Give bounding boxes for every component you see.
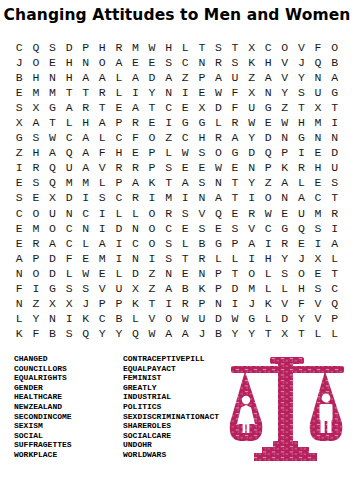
grid-cell[interactable]: N (160, 266, 177, 281)
grid-cell[interactable]: S (227, 221, 244, 236)
grid-cell[interactable]: U (227, 70, 244, 85)
grid-cell[interactable]: S (160, 160, 177, 175)
grid-cell[interactable]: P (77, 40, 94, 55)
grid-cell[interactable]: E (310, 175, 327, 190)
grid-cell[interactable]: T (326, 100, 343, 115)
grid-cell[interactable]: N (11, 266, 28, 281)
grid-cell[interactable]: T (293, 100, 310, 115)
grid-cell[interactable]: G (277, 221, 294, 236)
grid-cell[interactable]: I (127, 85, 144, 100)
grid-cell[interactable]: W (260, 206, 277, 221)
grid-cell[interactable]: S (310, 221, 327, 236)
grid-cell[interactable]: Q (127, 326, 144, 341)
grid-cell[interactable]: E (293, 236, 310, 251)
grid-cell[interactable]: N (77, 221, 94, 236)
grid-cell[interactable]: D (44, 251, 61, 266)
grid-cell[interactable]: D (144, 70, 161, 85)
grid-cell[interactable]: E (94, 266, 111, 281)
grid-cell[interactable]: I (293, 145, 310, 160)
grid-cell[interactable]: O (326, 40, 343, 55)
grid-cell[interactable]: T (61, 85, 78, 100)
grid-cell[interactable]: E (210, 221, 227, 236)
grid-cell[interactable]: N (160, 85, 177, 100)
grid-cell[interactable]: L (160, 145, 177, 160)
grid-cell[interactable]: E (77, 251, 94, 266)
grid-cell[interactable]: O (144, 130, 161, 145)
grid-cell[interactable]: M (310, 115, 327, 130)
grid-cell[interactable]: E (310, 266, 327, 281)
grid-cell[interactable]: F (61, 251, 78, 266)
grid-cell[interactable]: T (194, 40, 211, 55)
grid-cell[interactable]: Y (243, 326, 260, 341)
grid-cell[interactable]: R (28, 160, 45, 175)
grid-cell[interactable]: D (260, 130, 277, 145)
grid-cell[interactable]: P (28, 251, 45, 266)
grid-cell[interactable]: Q (61, 145, 78, 160)
grid-cell[interactable]: H (310, 160, 327, 175)
grid-cell[interactable]: N (260, 85, 277, 100)
grid-cell[interactable]: K (243, 55, 260, 70)
grid-cell[interactable]: S (227, 55, 244, 70)
grid-cell[interactable]: O (144, 236, 161, 251)
grid-cell[interactable]: A (243, 236, 260, 251)
grid-cell[interactable]: S (160, 251, 177, 266)
grid-cell[interactable]: E (127, 145, 144, 160)
grid-cell[interactable]: L (177, 40, 194, 55)
grid-cell[interactable]: C (11, 40, 28, 55)
grid-cell[interactable]: L (94, 175, 111, 190)
grid-cell[interactable]: S (277, 266, 294, 281)
grid-cell[interactable]: U (326, 160, 343, 175)
grid-cell[interactable]: G (44, 281, 61, 296)
grid-cell[interactable]: R (111, 40, 128, 55)
grid-cell[interactable]: Q (293, 221, 310, 236)
grid-cell[interactable]: A (61, 100, 78, 115)
grid-cell[interactable]: N (277, 130, 294, 145)
grid-cell[interactable]: R (28, 236, 45, 251)
grid-cell[interactable]: X (28, 100, 45, 115)
grid-cell[interactable]: S (160, 55, 177, 70)
grid-cell[interactable]: W (144, 40, 161, 55)
grid-cell[interactable]: C (160, 221, 177, 236)
grid-cell[interactable]: P (111, 296, 128, 311)
grid-cell[interactable]: T (144, 100, 161, 115)
grid-cell[interactable]: A (127, 70, 144, 85)
grid-cell[interactable]: R (277, 236, 294, 251)
grid-cell[interactable]: F (94, 145, 111, 160)
grid-cell[interactable]: Z (260, 175, 277, 190)
grid-cell[interactable]: U (293, 206, 310, 221)
grid-cell[interactable]: A (160, 281, 177, 296)
grid-cell[interactable]: S (61, 281, 78, 296)
grid-cell[interactable]: V (277, 296, 294, 311)
grid-cell[interactable]: I (160, 296, 177, 311)
grid-cell[interactable]: T (44, 115, 61, 130)
grid-cell[interactable]: X (243, 40, 260, 55)
grid-cell[interactable]: A (44, 145, 61, 160)
grid-cell[interactable]: V (94, 160, 111, 175)
grid-cell[interactable]: Y (28, 311, 45, 326)
grid-cell[interactable]: E (11, 221, 28, 236)
grid-cell[interactable]: O (28, 206, 45, 221)
grid-cell[interactable]: H (160, 40, 177, 55)
grid-cell[interactable]: A (77, 130, 94, 145)
grid-cell[interactable]: N (326, 130, 343, 145)
grid-cell[interactable]: M (44, 85, 61, 100)
grid-cell[interactable]: V (144, 311, 161, 326)
grid-cell[interactable]: W (77, 266, 94, 281)
grid-cell[interactable]: H (260, 55, 277, 70)
grid-cell[interactable]: T (293, 326, 310, 341)
grid-cell[interactable]: K (144, 175, 161, 190)
grid-cell[interactable]: E (177, 266, 194, 281)
grid-cell[interactable]: S (11, 190, 28, 205)
grid-cell[interactable]: E (194, 160, 211, 175)
grid-cell[interactable]: H (28, 145, 45, 160)
grid-cell[interactable]: A (94, 115, 111, 130)
grid-cell[interactable]: P (194, 70, 211, 85)
grid-cell[interactable]: U (243, 100, 260, 115)
grid-cell[interactable]: B (11, 70, 28, 85)
grid-cell[interactable]: O (243, 266, 260, 281)
grid-cell[interactable]: U (194, 311, 211, 326)
grid-cell[interactable]: F (310, 40, 327, 55)
grid-cell[interactable]: O (160, 311, 177, 326)
grid-cell[interactable]: V (243, 221, 260, 236)
grid-cell[interactable]: K (127, 296, 144, 311)
grid-cell[interactable]: L (277, 281, 294, 296)
grid-cell[interactable]: I (227, 296, 244, 311)
grid-cell[interactable]: C (61, 130, 78, 145)
grid-cell[interactable]: I (243, 190, 260, 205)
grid-cell[interactable]: Y (243, 130, 260, 145)
grid-cell[interactable]: L (177, 236, 194, 251)
grid-cell[interactable]: Z (28, 296, 45, 311)
grid-cell[interactable]: K (260, 296, 277, 311)
grid-cell[interactable]: X (44, 190, 61, 205)
grid-cell[interactable]: N (11, 296, 28, 311)
grid-cell[interactable]: E (177, 221, 194, 236)
grid-cell[interactable]: Z (177, 70, 194, 85)
grid-cell[interactable]: C (160, 100, 177, 115)
grid-cell[interactable]: N (61, 206, 78, 221)
grid-cell[interactable]: H (260, 251, 277, 266)
grid-cell[interactable]: L (77, 236, 94, 251)
grid-cell[interactable]: D (243, 145, 260, 160)
grid-cell[interactable]: Z (243, 70, 260, 85)
grid-cell[interactable]: S (28, 175, 45, 190)
grid-cell[interactable]: T (177, 251, 194, 266)
grid-cell[interactable]: K (194, 281, 211, 296)
grid-cell[interactable]: A (326, 70, 343, 85)
grid-cell[interactable]: Z (144, 266, 161, 281)
grid-cell[interactable]: D (61, 190, 78, 205)
grid-cell[interactable]: K (277, 160, 294, 175)
grid-cell[interactable]: U (61, 160, 78, 175)
grid-cell[interactable]: A (293, 190, 310, 205)
grid-cell[interactable]: Q (260, 145, 277, 160)
grid-cell[interactable]: P (227, 236, 244, 251)
grid-cell[interactable]: E (44, 55, 61, 70)
grid-cell[interactable]: R (127, 115, 144, 130)
grid-cell[interactable]: C (111, 190, 128, 205)
grid-cell[interactable]: A (160, 70, 177, 85)
grid-cell[interactable]: F (227, 100, 244, 115)
grid-cell[interactable]: L (326, 326, 343, 341)
grid-cell[interactable]: N (77, 55, 94, 70)
grid-cell[interactable]: H (94, 40, 111, 55)
grid-cell[interactable]: G (227, 145, 244, 160)
grid-cell[interactable]: S (94, 190, 111, 205)
grid-cell[interactable]: A (210, 190, 227, 205)
grid-cell[interactable]: L (260, 281, 277, 296)
grid-cell[interactable]: Z (144, 281, 161, 296)
grid-cell[interactable]: Z (277, 100, 294, 115)
grid-cell[interactable]: N (127, 251, 144, 266)
grid-cell[interactable]: N (210, 175, 227, 190)
grid-cell[interactable]: N (194, 190, 211, 205)
grid-cell[interactable]: M (28, 221, 45, 236)
grid-cell[interactable]: E (177, 100, 194, 115)
grid-cell[interactable]: L (210, 115, 227, 130)
grid-cell[interactable]: A (77, 160, 94, 175)
grid-cell[interactable]: I (177, 190, 194, 205)
grid-cell[interactable]: I (111, 236, 128, 251)
grid-cell[interactable]: W (227, 311, 244, 326)
grid-cell[interactable]: S (194, 145, 211, 160)
grid-cell[interactable]: C (61, 221, 78, 236)
grid-cell[interactable]: E (227, 206, 244, 221)
grid-cell[interactable]: H (28, 70, 45, 85)
grid-cell[interactable]: V (293, 40, 310, 55)
grid-cell[interactable]: F (227, 85, 244, 100)
grid-cell[interactable]: W (277, 115, 294, 130)
grid-cell[interactable]: Y (243, 175, 260, 190)
grid-cell[interactable]: G (44, 100, 61, 115)
grid-cell[interactable]: Y (293, 311, 310, 326)
grid-cell[interactable]: P (260, 160, 277, 175)
grid-cell[interactable]: E (277, 206, 294, 221)
grid-cell[interactable]: E (11, 85, 28, 100)
grid-cell[interactable]: G (11, 130, 28, 145)
grid-cell[interactable]: P (210, 266, 227, 281)
grid-cell[interactable]: W (177, 311, 194, 326)
grid-cell[interactable]: Y (94, 326, 111, 341)
grid-cell[interactable]: I (61, 311, 78, 326)
grid-cell[interactable]: A (260, 70, 277, 85)
grid-cell[interactable]: I (144, 251, 161, 266)
grid-cell[interactable]: B (177, 281, 194, 296)
grid-cell[interactable]: R (194, 251, 211, 266)
grid-cell[interactable]: P (194, 296, 211, 311)
grid-cell[interactable]: N (310, 70, 327, 85)
grid-cell[interactable]: G (260, 100, 277, 115)
grid-cell[interactable]: L (293, 175, 310, 190)
grid-cell[interactable]: R (77, 100, 94, 115)
grid-cell[interactable]: O (44, 221, 61, 236)
grid-cell[interactable]: A (177, 326, 194, 341)
grid-cell[interactable]: I (144, 190, 161, 205)
grid-cell[interactable]: X (310, 100, 327, 115)
grid-cell[interactable]: M (310, 206, 327, 221)
grid-cell[interactable]: E (144, 55, 161, 70)
grid-cell[interactable]: X (11, 115, 28, 130)
grid-cell[interactable]: D (127, 266, 144, 281)
grid-cell[interactable]: N (194, 266, 211, 281)
grid-cell[interactable]: O (28, 266, 45, 281)
grid-cell[interactable]: R (210, 130, 227, 145)
grid-cell[interactable]: D (227, 281, 244, 296)
grid-cell[interactable]: O (260, 190, 277, 205)
grid-cell[interactable]: J (293, 251, 310, 266)
grid-cell[interactable]: P (111, 115, 128, 130)
grid-cell[interactable]: O (144, 206, 161, 221)
grid-cell[interactable]: S (160, 236, 177, 251)
grid-cell[interactable]: T (94, 100, 111, 115)
grid-cell[interactable]: C (260, 221, 277, 236)
grid-cell[interactable]: I (243, 251, 260, 266)
grid-cell[interactable]: L (260, 311, 277, 326)
grid-cell[interactable]: P (326, 311, 343, 326)
grid-cell[interactable]: W (44, 130, 61, 145)
grid-cell[interactable]: S (11, 100, 28, 115)
grid-cell[interactable]: E (11, 175, 28, 190)
grid-cell[interactable]: S (44, 40, 61, 55)
grid-cell[interactable]: V (94, 281, 111, 296)
grid-cell[interactable]: T (227, 175, 244, 190)
grid-cell[interactable]: L (310, 326, 327, 341)
grid-cell[interactable]: E (111, 100, 128, 115)
grid-cell[interactable]: K (77, 311, 94, 326)
grid-cell[interactable]: B (210, 326, 227, 341)
grid-cell[interactable]: C (94, 311, 111, 326)
grid-cell[interactable]: F (28, 326, 45, 341)
grid-cell[interactable]: Q (210, 206, 227, 221)
grid-cell[interactable]: A (127, 175, 144, 190)
grid-cell[interactable]: U (310, 85, 327, 100)
grid-cell[interactable]: N (44, 311, 61, 326)
grid-cell[interactable]: R (177, 296, 194, 311)
grid-cell[interactable]: U (44, 206, 61, 221)
grid-cell[interactable]: F (11, 281, 28, 296)
grid-cell[interactable]: E (127, 55, 144, 70)
grid-cell[interactable]: R (160, 206, 177, 221)
grid-cell[interactable]: C (326, 281, 343, 296)
grid-cell[interactable]: E (260, 115, 277, 130)
grid-cell[interactable]: A (127, 100, 144, 115)
grid-cell[interactable]: E (194, 85, 211, 100)
grid-cell[interactable]: N (194, 55, 211, 70)
grid-cell[interactable]: S (177, 206, 194, 221)
grid-cell[interactable]: G (177, 115, 194, 130)
grid-cell[interactable]: C (77, 206, 94, 221)
grid-cell[interactable]: L (11, 311, 28, 326)
grid-cell[interactable]: Q (44, 175, 61, 190)
grid-cell[interactable]: R (227, 115, 244, 130)
grid-cell[interactable]: Q (326, 296, 343, 311)
grid-cell[interactable]: G (243, 311, 260, 326)
grid-cell[interactable]: V (310, 311, 327, 326)
grid-cell[interactable]: X (127, 281, 144, 296)
grid-cell[interactable]: A (44, 236, 61, 251)
grid-cell[interactable]: E (310, 145, 327, 160)
grid-cell[interactable]: Y (293, 70, 310, 85)
grid-cell[interactable]: D (277, 311, 294, 326)
grid-cell[interactable]: G (293, 130, 310, 145)
grid-cell[interactable]: H (293, 115, 310, 130)
grid-cell[interactable]: D (61, 40, 78, 55)
grid-cell[interactable]: D (326, 145, 343, 160)
grid-cell[interactable]: X (194, 100, 211, 115)
grid-cell[interactable]: I (11, 160, 28, 175)
grid-cell[interactable]: W (144, 326, 161, 341)
grid-cell[interactable]: L (94, 130, 111, 145)
grid-cell[interactable]: M (61, 175, 78, 190)
grid-cell[interactable]: V (277, 55, 294, 70)
grid-cell[interactable]: I (326, 115, 343, 130)
grid-cell[interactable]: F (293, 296, 310, 311)
grid-cell[interactable]: C (111, 130, 128, 145)
grid-cell[interactable]: H (293, 281, 310, 296)
grid-cell[interactable]: A (11, 251, 28, 266)
grid-cell[interactable]: L (260, 266, 277, 281)
grid-cell[interactable]: N (310, 130, 327, 145)
grid-cell[interactable]: V (194, 206, 211, 221)
grid-cell[interactable]: A (160, 326, 177, 341)
grid-cell[interactable]: T (144, 296, 161, 311)
grid-cell[interactable]: M (77, 175, 94, 190)
grid-cell[interactable]: T (260, 326, 277, 341)
grid-cell[interactable]: H (77, 115, 94, 130)
grid-cell[interactable]: S (28, 130, 45, 145)
grid-cell[interactable]: M (243, 281, 260, 296)
grid-cell[interactable]: I (177, 85, 194, 100)
grid-cell[interactable]: T (77, 85, 94, 100)
grid-cell[interactable]: B (194, 236, 211, 251)
grid-cell[interactable]: E (227, 160, 244, 175)
grid-cell[interactable]: L (111, 266, 128, 281)
grid-cell[interactable]: I (28, 281, 45, 296)
grid-cell[interactable]: R (326, 206, 343, 221)
grid-cell[interactable]: N (277, 190, 294, 205)
grid-cell[interactable]: Y (277, 251, 294, 266)
grid-cell[interactable]: G (210, 236, 227, 251)
grid-cell[interactable]: H (61, 55, 78, 70)
grid-cell[interactable]: N (243, 160, 260, 175)
grid-cell[interactable]: C (177, 130, 194, 145)
grid-cell[interactable]: Y (227, 326, 244, 341)
grid-cell[interactable]: N (127, 221, 144, 236)
grid-cell[interactable]: G (194, 115, 211, 130)
grid-cell[interactable]: I (111, 251, 128, 266)
grid-cell[interactable]: A (177, 175, 194, 190)
grid-cell[interactable]: N (44, 70, 61, 85)
grid-cell[interactable]: A (28, 115, 45, 130)
grid-cell[interactable]: X (61, 296, 78, 311)
grid-cell[interactable]: C (260, 40, 277, 55)
grid-cell[interactable]: A (94, 236, 111, 251)
grid-cell[interactable]: J (293, 55, 310, 70)
grid-cell[interactable]: P (210, 281, 227, 296)
grid-cell[interactable]: G (326, 85, 343, 100)
grid-cell[interactable]: P (277, 145, 294, 160)
grid-cell[interactable]: U (111, 281, 128, 296)
grid-cell[interactable]: P (94, 296, 111, 311)
grid-cell[interactable]: A (77, 145, 94, 160)
grid-cell[interactable]: R (127, 160, 144, 175)
grid-cell[interactable]: Z (160, 130, 177, 145)
grid-cell[interactable]: Q (310, 55, 327, 70)
